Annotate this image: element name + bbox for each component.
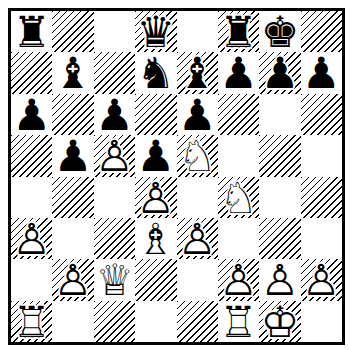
- black-pawn-e6: ♟♟: [177, 94, 218, 135]
- square-f2[interactable]: ♟♙: [218, 259, 259, 300]
- white-king-g1: ♚♔: [259, 301, 300, 342]
- square-c5[interactable]: ♟♙: [94, 135, 135, 176]
- black-pawn-d5: ♟♟: [135, 135, 176, 176]
- square-d3[interactable]: ♝♗: [135, 218, 176, 259]
- square-h8[interactable]: [301, 11, 342, 52]
- square-d1[interactable]: [135, 301, 176, 342]
- square-d7[interactable]: ♞♞: [135, 52, 176, 93]
- white-rook-f1: ♜♖: [218, 301, 259, 342]
- black-knight-d7: ♞♞: [135, 52, 176, 93]
- black-pawn-h7: ♟♟: [301, 52, 342, 93]
- square-e7[interactable]: ♝♝: [177, 52, 218, 93]
- black-pawn-g7: ♟♟: [259, 52, 300, 93]
- white-rook-a1: ♜♖: [11, 301, 52, 342]
- black-bishop-b7: ♝♝: [52, 52, 93, 93]
- square-e8[interactable]: [177, 11, 218, 52]
- square-b2[interactable]: ♟♙: [52, 259, 93, 300]
- square-b5[interactable]: ♟♟: [52, 135, 93, 176]
- square-f6[interactable]: [218, 94, 259, 135]
- white-pawn-b2: ♟♙: [52, 259, 93, 300]
- square-e1[interactable]: [177, 301, 218, 342]
- square-g7[interactable]: ♟♟: [259, 52, 300, 93]
- square-h2[interactable]: ♟♙: [301, 259, 342, 300]
- square-f3[interactable]: [218, 218, 259, 259]
- square-e2[interactable]: [177, 259, 218, 300]
- square-c1[interactable]: [94, 301, 135, 342]
- square-d4[interactable]: ♟♙: [135, 177, 176, 218]
- square-b4[interactable]: [52, 177, 93, 218]
- square-f4[interactable]: ♞♘: [218, 177, 259, 218]
- square-f7[interactable]: ♟♟: [218, 52, 259, 93]
- white-pawn-a3: ♟♙: [11, 218, 52, 259]
- square-e5[interactable]: ♞♘: [177, 135, 218, 176]
- white-pawn-e3: ♟♙: [177, 218, 218, 259]
- square-g4[interactable]: [259, 177, 300, 218]
- square-c8[interactable]: [94, 11, 135, 52]
- square-a1[interactable]: ♜♖: [11, 301, 52, 342]
- square-g2[interactable]: ♟♙: [259, 259, 300, 300]
- square-d6[interactable]: [135, 94, 176, 135]
- square-g3[interactable]: [259, 218, 300, 259]
- white-pawn-c5: ♟♙: [94, 135, 135, 176]
- black-pawn-b5: ♟♟: [52, 135, 93, 176]
- square-h6[interactable]: [301, 94, 342, 135]
- square-b6[interactable]: [52, 94, 93, 135]
- white-knight-f4: ♞♘: [218, 177, 259, 218]
- black-rook-a8: ♜♜: [11, 11, 52, 52]
- chess-board: ♜♜♛♛♜♜♚♚♝♝♞♞♝♝♟♟♟♟♟♟♟♟♟♟♟♟♟♟♟♙♟♟♞♘♟♙♞♘♟♙…: [8, 8, 345, 345]
- square-g8[interactable]: ♚♚: [259, 11, 300, 52]
- square-g1[interactable]: ♚♔: [259, 301, 300, 342]
- square-c7[interactable]: [94, 52, 135, 93]
- square-f5[interactable]: [218, 135, 259, 176]
- square-g6[interactable]: [259, 94, 300, 135]
- white-pawn-f2: ♟♙: [218, 259, 259, 300]
- white-pawn-g2: ♟♙: [259, 259, 300, 300]
- square-b1[interactable]: [52, 301, 93, 342]
- square-h4[interactable]: [301, 177, 342, 218]
- square-e6[interactable]: ♟♟: [177, 94, 218, 135]
- square-f1[interactable]: ♜♖: [218, 301, 259, 342]
- square-c3[interactable]: [94, 218, 135, 259]
- black-pawn-f7: ♟♟: [218, 52, 259, 93]
- black-pawn-c6: ♟♟: [94, 94, 135, 135]
- square-f8[interactable]: ♜♜: [218, 11, 259, 52]
- square-a4[interactable]: [11, 177, 52, 218]
- square-a5[interactable]: [11, 135, 52, 176]
- white-pawn-h2: ♟♙: [301, 259, 342, 300]
- square-a7[interactable]: [11, 52, 52, 93]
- black-pawn-a6: ♟♟: [11, 94, 52, 135]
- square-a6[interactable]: ♟♟: [11, 94, 52, 135]
- square-b8[interactable]: [52, 11, 93, 52]
- black-king-g8: ♚♚: [259, 11, 300, 52]
- square-a8[interactable]: ♜♜: [11, 11, 52, 52]
- square-d2[interactable]: [135, 259, 176, 300]
- white-knight-e5: ♞♘: [177, 135, 218, 176]
- square-h1[interactable]: [301, 301, 342, 342]
- square-b7[interactable]: ♝♝: [52, 52, 93, 93]
- black-queen-d8: ♛♛: [135, 11, 176, 52]
- square-c2[interactable]: ♛♕: [94, 259, 135, 300]
- square-a2[interactable]: [11, 259, 52, 300]
- square-d8[interactable]: ♛♛: [135, 11, 176, 52]
- black-bishop-e7: ♝♝: [177, 52, 218, 93]
- black-rook-f8: ♜♜: [218, 11, 259, 52]
- square-e3[interactable]: ♟♙: [177, 218, 218, 259]
- square-e4[interactable]: [177, 177, 218, 218]
- square-g5[interactable]: [259, 135, 300, 176]
- square-d5[interactable]: ♟♟: [135, 135, 176, 176]
- white-pawn-d4: ♟♙: [135, 177, 176, 218]
- square-h5[interactable]: [301, 135, 342, 176]
- square-c6[interactable]: ♟♟: [94, 94, 135, 135]
- square-a3[interactable]: ♟♙: [11, 218, 52, 259]
- white-bishop-d3: ♝♗: [135, 218, 176, 259]
- square-h7[interactable]: ♟♟: [301, 52, 342, 93]
- square-b3[interactable]: [52, 218, 93, 259]
- square-h3[interactable]: [301, 218, 342, 259]
- square-c4[interactable]: [94, 177, 135, 218]
- white-queen-c2: ♛♕: [94, 259, 135, 300]
